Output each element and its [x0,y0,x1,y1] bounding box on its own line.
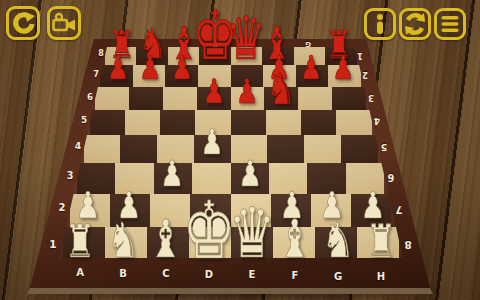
piece-white-pawn-d4[interactable]: ♟ [200,125,224,160]
rank-label-left-4: 4 [75,141,81,150]
piece-white-bishop-f1[interactable]: ♝ [277,213,312,266]
square-a4[interactable] [84,135,121,163]
piece-red-pawn-a7[interactable]: ♟ [106,52,128,85]
square-b6[interactable] [129,87,163,110]
video-camera-icon [51,10,77,36]
piece-white-pawn-c3[interactable]: ♟ [160,156,184,192]
rank-label-right-3: 6 [388,172,395,182]
piece-red-queen-e8[interactable]: ♛ [226,9,266,68]
two-arrows-cycle-icon [402,11,428,37]
piece-red-pawn-g7[interactable]: ♟ [300,52,322,85]
rank-row-6 [95,87,366,110]
info-i-icon [368,12,392,36]
rank-label-right-5: 4 [374,117,380,126]
rank-label-right-1: 8 [404,240,411,251]
square-f5[interactable] [266,110,301,135]
circular-arrow-icon [10,10,36,36]
file-label-bottom-g: G [334,272,342,282]
rank-row-5 [90,110,372,135]
rank-row-4 [84,135,378,163]
rotate-button[interactable] [6,6,40,40]
square-g4[interactable] [304,135,341,163]
piece-white-rook-a1[interactable]: ♜ [65,219,95,264]
info-button[interactable] [364,8,396,40]
file-label-bottom-c: C [162,269,169,279]
rank-label-left-1: 1 [49,239,56,250]
square-e5[interactable] [231,110,266,135]
piece-red-pawn-h7[interactable]: ♟ [332,52,354,85]
piece-red-pawn-d6[interactable]: ♟ [202,75,225,109]
file-label-bottom-b: B [119,269,127,279]
square-c5[interactable] [160,110,195,135]
square-a6[interactable] [95,87,129,110]
file-label-top-g: G [305,39,311,46]
square-h5[interactable] [336,110,371,135]
piece-red-pawn-b7[interactable]: ♟ [139,52,161,85]
square-f4[interactable] [267,135,304,163]
piece-red-pawn-e6[interactable]: ♟ [236,75,259,109]
square-c6[interactable] [163,87,197,110]
file-label-bottom-a: A [76,268,84,278]
rank-label-right-4: 5 [381,142,387,151]
rank-label-left-2: 2 [59,203,66,213]
square-h4[interactable] [341,135,378,163]
piece-white-knight-b1[interactable]: ♞ [107,216,139,264]
piece-white-rook-h1[interactable]: ♜ [366,219,396,264]
piece-white-queen-e1[interactable]: ♛ [229,199,276,268]
menu-button[interactable] [434,8,466,40]
piece-white-bishop-c1[interactable]: ♝ [148,213,183,266]
rank-label-left-5: 5 [81,116,87,125]
rank-label-left-8: 8 [98,50,104,58]
hamburger-menu-icon [439,13,461,35]
rank-label-left-3: 3 [67,171,74,181]
square-b5[interactable] [125,110,160,135]
square-g5[interactable] [301,110,336,135]
piece-white-pawn-e3[interactable]: ♟ [238,156,262,192]
camera-button[interactable] [47,6,81,40]
piece-red-knight-f6[interactable]: ♞ [267,68,296,111]
square-b4[interactable] [120,135,157,163]
rank-label-left-7: 7 [93,70,99,78]
file-label-bottom-h: H [377,272,385,282]
piece-red-pawn-c7[interactable]: ♟ [171,52,193,85]
rank-label-right-8: 1 [357,51,363,59]
rank-label-right-2: 7 [396,204,403,214]
square-g6[interactable] [298,87,332,110]
chess-app-screen: 8172635445362718AABBCCDDEEFFGGHH ♜♞♝♚♛♝♜… [0,0,480,300]
square-a5[interactable] [90,110,125,135]
rank-label-right-6: 3 [368,94,374,103]
piece-white-knight-g1[interactable]: ♞ [322,216,354,264]
rank-label-left-6: 6 [87,93,93,102]
square-h6[interactable] [332,87,366,110]
refresh-button[interactable] [399,8,431,40]
file-label-bottom-f: F [292,271,299,281]
rank-label-right-7: 2 [362,71,368,79]
